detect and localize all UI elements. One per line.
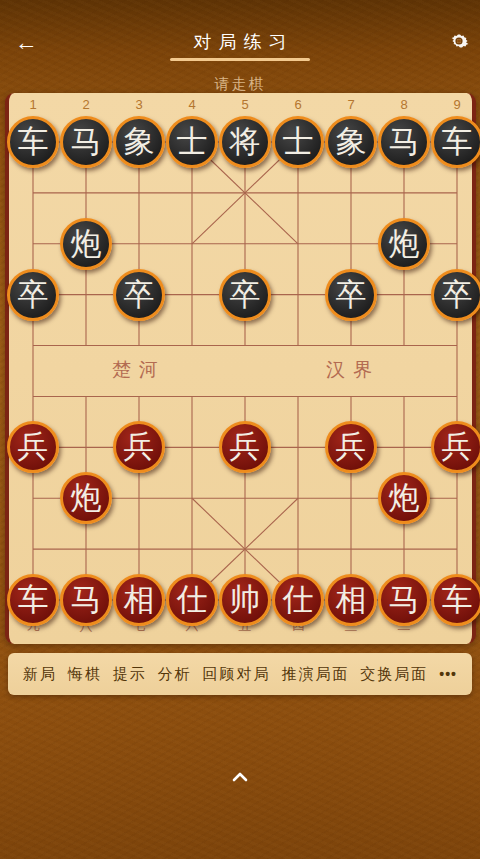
status-text: 请走棋 <box>0 75 480 94</box>
black-piece-炮[interactable]: 炮 <box>378 218 430 270</box>
red-piece-相[interactable]: 相 <box>113 574 165 626</box>
column-number-top: 9 <box>446 97 468 112</box>
toolbar-button[interactable]: 提示 <box>113 665 147 684</box>
page-title: 对局练习 <box>0 30 480 54</box>
red-piece-炮[interactable]: 炮 <box>60 472 112 524</box>
river-label-right: 汉界 <box>326 357 380 383</box>
toolbar-more-button[interactable]: ••• <box>439 666 457 682</box>
red-piece-帅[interactable]: 帅 <box>219 574 271 626</box>
black-piece-卒[interactable]: 卒 <box>7 269 59 321</box>
black-piece-马[interactable]: 马 <box>378 116 430 168</box>
column-number-top: 7 <box>340 97 362 112</box>
red-piece-兵[interactable]: 兵 <box>431 421 480 473</box>
red-piece-相[interactable]: 相 <box>325 574 377 626</box>
black-piece-车[interactable]: 车 <box>431 116 480 168</box>
toolbar-button[interactable]: 新局 <box>23 665 57 684</box>
column-number-top: 6 <box>287 97 309 112</box>
black-piece-卒[interactable]: 卒 <box>325 269 377 321</box>
black-piece-卒[interactable]: 卒 <box>113 269 165 321</box>
red-piece-兵[interactable]: 兵 <box>219 421 271 473</box>
black-piece-炮[interactable]: 炮 <box>60 218 112 270</box>
chevron-up-icon[interactable] <box>231 769 249 781</box>
board-grid-lines <box>9 93 472 644</box>
title-underline <box>170 58 310 61</box>
column-number-top: 5 <box>234 97 256 112</box>
toolbar-button[interactable]: 回顾对局 <box>203 665 271 684</box>
toolbar-button[interactable]: 分析 <box>158 665 192 684</box>
black-piece-卒[interactable]: 卒 <box>219 269 271 321</box>
red-piece-兵[interactable]: 兵 <box>113 421 165 473</box>
red-piece-炮[interactable]: 炮 <box>378 472 430 524</box>
red-piece-车[interactable]: 车 <box>431 574 480 626</box>
toolbar-button[interactable]: 悔棋 <box>68 665 102 684</box>
red-piece-马[interactable]: 马 <box>60 574 112 626</box>
red-piece-车[interactable]: 车 <box>7 574 59 626</box>
column-number-top: 4 <box>181 97 203 112</box>
column-number-top: 3 <box>128 97 150 112</box>
red-piece-仕[interactable]: 仕 <box>166 574 218 626</box>
xiangqi-board[interactable]: 123456789九八七六五四三二一 楚河 汉界 车马象士将士象马车炮炮卒卒卒卒… <box>5 93 476 644</box>
black-piece-将[interactable]: 将 <box>219 116 271 168</box>
red-piece-仕[interactable]: 仕 <box>272 574 324 626</box>
toolbar-button[interactable]: 交换局面 <box>360 665 428 684</box>
column-number-top: 1 <box>22 97 44 112</box>
black-piece-车[interactable]: 车 <box>7 116 59 168</box>
red-piece-兵[interactable]: 兵 <box>7 421 59 473</box>
red-piece-马[interactable]: 马 <box>378 574 430 626</box>
river-label-left: 楚河 <box>112 357 166 383</box>
black-piece-象[interactable]: 象 <box>325 116 377 168</box>
black-piece-象[interactable]: 象 <box>113 116 165 168</box>
red-piece-兵[interactable]: 兵 <box>325 421 377 473</box>
toolbar-button[interactable]: 推演局面 <box>281 665 349 684</box>
column-number-top: 2 <box>75 97 97 112</box>
settings-gear-icon[interactable] <box>449 31 469 51</box>
black-piece-士[interactable]: 士 <box>166 116 218 168</box>
bottom-toolbar: 新局悔棋提示分析回顾对局推演局面交换局面••• <box>8 653 472 695</box>
black-piece-马[interactable]: 马 <box>60 116 112 168</box>
black-piece-士[interactable]: 士 <box>272 116 324 168</box>
column-number-top: 8 <box>393 97 415 112</box>
black-piece-卒[interactable]: 卒 <box>431 269 480 321</box>
